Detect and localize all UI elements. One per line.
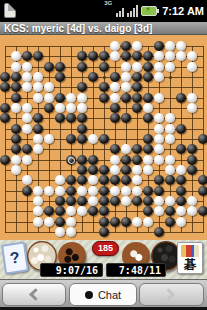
- black-stone: [143, 196, 153, 206]
- white-stone: [44, 134, 54, 144]
- grid-line: [5, 108, 204, 109]
- white-stone: [165, 196, 175, 206]
- white-stone: [44, 93, 54, 103]
- black-stone: [132, 51, 142, 61]
- black-stone: [121, 165, 131, 175]
- black-stone: [187, 155, 197, 165]
- white-stone: [154, 51, 164, 61]
- black-stone: [11, 93, 21, 103]
- black-stone: [110, 175, 120, 185]
- white-stone: [187, 93, 197, 103]
- white-stone: [132, 41, 142, 51]
- white-stone: [33, 186, 43, 196]
- black-stone: [99, 93, 109, 103]
- white-stone: [165, 134, 175, 144]
- black-stone: [33, 113, 43, 123]
- black-stone: [143, 72, 153, 82]
- black-stone: [11, 72, 21, 82]
- white-stone: [154, 206, 164, 216]
- black-stone: [33, 51, 43, 61]
- black-stone: [198, 206, 207, 216]
- white-stone: [187, 196, 197, 206]
- white-stone: [33, 206, 43, 216]
- white-stone: [11, 51, 21, 61]
- black-stone: [0, 113, 10, 123]
- black-stone: [22, 51, 32, 61]
- black-stone: [176, 196, 186, 206]
- black-stone: [66, 175, 76, 185]
- white-stone: [165, 165, 175, 175]
- black-stone: [88, 51, 98, 61]
- white-stone: [132, 217, 142, 227]
- white-stone: [22, 155, 32, 165]
- black-stone: [143, 134, 153, 144]
- black-stone: [154, 175, 164, 185]
- black-stone: [22, 144, 32, 154]
- white-stone: [121, 196, 131, 206]
- black-stone: [55, 206, 65, 216]
- black-stone: [121, 217, 131, 227]
- black-stone: [66, 113, 76, 123]
- white-stone: [22, 113, 32, 123]
- hoshi-point: [103, 76, 106, 79]
- black-stone: [0, 103, 10, 113]
- black-stone: [132, 155, 142, 165]
- black-stone: [11, 134, 21, 144]
- black-stone: [176, 186, 186, 196]
- white-stone: [11, 155, 21, 165]
- white-stone: [132, 62, 142, 72]
- white-stone: [22, 175, 32, 185]
- black-stone: [66, 134, 76, 144]
- black-stone: [165, 217, 175, 227]
- black-stone: [77, 62, 87, 72]
- black-stone: [99, 227, 109, 237]
- black-stone: [55, 62, 65, 72]
- black-stone: [77, 134, 87, 144]
- black-stone: [66, 196, 76, 206]
- black-stone: [55, 72, 65, 82]
- white-stone: [154, 62, 164, 72]
- white-stone: [143, 103, 153, 113]
- black-stone: [88, 206, 98, 216]
- hoshi-point: [169, 76, 172, 79]
- white-stone: [121, 82, 131, 92]
- white-stone: [110, 82, 120, 92]
- black-stone: [99, 196, 109, 206]
- white-stone: [165, 62, 175, 72]
- black-stone: [55, 217, 65, 227]
- white-stone: [165, 51, 175, 61]
- white-stone: [154, 144, 164, 154]
- black-stone: [55, 93, 65, 103]
- black-stone: [66, 186, 76, 196]
- white-stone: [110, 186, 120, 196]
- phone-screen: 3G 7:12 AM KGS: myeric [4d] vs. daigo [3…: [0, 0, 207, 310]
- white-stone: [33, 217, 43, 227]
- black-stone: [77, 175, 87, 185]
- black-stone: [198, 134, 207, 144]
- next-move-button[interactable]: [139, 283, 204, 306]
- black-stone: [55, 113, 65, 123]
- chevron-left-icon: [29, 288, 42, 301]
- black-stone: [22, 186, 32, 196]
- white-stone: [176, 217, 186, 227]
- black-stone: [198, 175, 207, 185]
- black-stone: [143, 144, 153, 154]
- white-stone: [121, 62, 131, 72]
- chat-button[interactable]: Chat: [69, 283, 137, 306]
- white-stone: [77, 186, 87, 196]
- white-stone: [187, 62, 197, 72]
- black-stone: [77, 51, 87, 61]
- black-stone: [33, 124, 43, 134]
- black-stone: [44, 103, 54, 113]
- white-stone: [165, 41, 175, 51]
- black-stone: [99, 175, 109, 185]
- white-stone: [33, 93, 43, 103]
- goban-art-icon: [181, 245, 199, 257]
- signal-bars-icon-2: [127, 5, 138, 17]
- black-stone: [110, 113, 120, 123]
- white-stone: [154, 72, 164, 82]
- white-stone: [66, 93, 76, 103]
- white-stone: [66, 103, 76, 113]
- white-stone: [55, 103, 65, 113]
- white-stone: [33, 196, 43, 206]
- white-stone: [11, 103, 21, 113]
- white-stone: [44, 186, 54, 196]
- black-stone: [143, 186, 153, 196]
- black-stone: [132, 82, 142, 92]
- notification-note-icon: [4, 3, 16, 18]
- white-stone: [187, 206, 197, 216]
- go-board[interactable]: [0, 35, 207, 240]
- black-stone: [77, 165, 87, 175]
- help-button[interactable]: ?: [1, 241, 29, 274]
- white-player-clock: 9:07/16: [40, 263, 103, 277]
- white-stone: [77, 206, 87, 216]
- white-stone: [66, 217, 76, 227]
- white-stone: [187, 51, 197, 61]
- black-stone: [154, 186, 164, 196]
- black-stone: [99, 62, 109, 72]
- black-stone: [99, 82, 109, 92]
- status-bar: 3G 7:12 AM: [0, 0, 207, 22]
- white-stone: [154, 134, 164, 144]
- black-stone: [88, 165, 98, 175]
- black-stone: [77, 196, 87, 206]
- white-stone: [143, 155, 153, 165]
- signal-bars-icon: [116, 5, 124, 17]
- game-control-strip: ? 185 9:07/16 7:48/11 碁: [0, 240, 207, 279]
- black-stone: [11, 82, 21, 92]
- white-stone: [66, 227, 76, 237]
- black-stone: [154, 41, 164, 51]
- white-stone: [88, 196, 98, 206]
- black-stone: [121, 155, 131, 165]
- white-stone: [121, 144, 131, 154]
- white-stone: [165, 155, 175, 165]
- black-stone: [88, 155, 98, 165]
- white-stone: [66, 206, 76, 216]
- black-stone: [165, 175, 175, 185]
- black-stone: [77, 113, 87, 123]
- black-stone: [121, 41, 131, 51]
- white-stone: [77, 93, 87, 103]
- black-stone: [154, 227, 164, 237]
- bottom-button-bar: Chat: [0, 279, 207, 307]
- black-stone: [77, 124, 87, 134]
- white-stone: [55, 227, 65, 237]
- black-stone: [121, 93, 131, 103]
- white-stone: [22, 103, 32, 113]
- black-stone: [143, 113, 153, 123]
- white-stone: [132, 175, 142, 185]
- black-stone: [55, 196, 65, 206]
- white-stone: [88, 186, 98, 196]
- black-stone: [132, 103, 142, 113]
- prev-move-button[interactable]: [2, 283, 66, 306]
- white-stone: [132, 165, 142, 175]
- white-stone: [11, 165, 21, 175]
- black-stone: [77, 82, 87, 92]
- white-stone: [33, 144, 43, 154]
- black-stone: [110, 72, 120, 82]
- white-stone: [55, 175, 65, 185]
- white-stone: [88, 134, 98, 144]
- black-stone: [44, 62, 54, 72]
- black-stone: [99, 134, 109, 144]
- black-stone: [143, 206, 153, 216]
- black-stone: [44, 206, 54, 216]
- white-stone: [121, 72, 131, 82]
- black-stone: [176, 93, 186, 103]
- app-icon-card: 碁: [177, 242, 203, 274]
- black-player-clock: 7:48/11: [106, 263, 166, 277]
- white-stone: [55, 186, 65, 196]
- white-stone: [176, 41, 186, 51]
- white-stone: [154, 113, 164, 123]
- black-stone: [0, 155, 10, 165]
- black-stone: [11, 124, 21, 134]
- white-stone: [154, 93, 164, 103]
- white-stone: [110, 93, 120, 103]
- white-stone: [176, 165, 186, 175]
- black-stone: [110, 103, 120, 113]
- black-stone-last-move: [66, 155, 76, 165]
- black-stone: [88, 72, 98, 82]
- white-stone: [22, 82, 32, 92]
- black-stone: [132, 72, 142, 82]
- white-stone: [33, 134, 43, 144]
- black-stone: [99, 206, 109, 216]
- white-stone: [22, 124, 32, 134]
- chevron-right-icon: [162, 288, 175, 301]
- black-stone: [132, 144, 142, 154]
- white-stone: [22, 62, 32, 72]
- white-stone: [154, 196, 164, 206]
- black-stone: [11, 144, 21, 154]
- black-stone: [110, 144, 120, 154]
- white-stone: [154, 155, 164, 165]
- black-stone: [99, 165, 109, 175]
- white-stone: [187, 103, 197, 113]
- black-stone: [99, 217, 109, 227]
- white-stone: [44, 217, 54, 227]
- black-stone: [110, 217, 120, 227]
- white-stone: [176, 206, 186, 216]
- black-stone: [176, 144, 186, 154]
- black-stone: [110, 196, 120, 206]
- black-stone: [121, 175, 131, 185]
- white-stone: [165, 113, 175, 123]
- black-stone: [132, 93, 142, 103]
- white-stone: [44, 82, 54, 92]
- go-kanji: 碁: [178, 257, 202, 273]
- white-stone: [88, 175, 98, 185]
- black-stone: [176, 124, 186, 134]
- white-stone: [110, 51, 120, 61]
- black-stone: [77, 155, 87, 165]
- chat-button-label: Chat: [98, 289, 121, 301]
- white-stone: [165, 124, 175, 134]
- white-stone: [176, 51, 186, 61]
- white-stone: [33, 82, 43, 92]
- black-stone: [198, 186, 207, 196]
- black-stone: [0, 72, 10, 82]
- white-stone: [110, 41, 120, 51]
- white-stone: [22, 72, 32, 82]
- white-stone: [33, 72, 43, 82]
- black-stone: [121, 113, 131, 123]
- black-stone: [99, 51, 109, 61]
- white-stone: [110, 165, 120, 175]
- black-stone: [132, 196, 142, 206]
- black-stone: [99, 186, 109, 196]
- white-stone: [121, 186, 131, 196]
- white-stone: [11, 62, 21, 72]
- window-title: KGS: myeric [4d] vs. daigo [3d]: [0, 22, 207, 35]
- black-stone: [176, 175, 186, 185]
- white-stone: [154, 124, 164, 134]
- black-stone: [165, 206, 175, 216]
- battery-icon: [141, 6, 157, 16]
- black-stone: [0, 82, 10, 92]
- black-stone: [187, 165, 197, 175]
- black-stone: [143, 93, 153, 103]
- black-stone: [187, 144, 197, 154]
- white-stone: [143, 165, 153, 175]
- black-stone: [143, 62, 153, 72]
- white-stone: [143, 217, 153, 227]
- status-time: 7:12 AM: [162, 5, 204, 17]
- chat-dot-icon: [85, 291, 93, 299]
- white-stone: [77, 103, 87, 113]
- move-number-badge: 185: [92, 241, 119, 256]
- white-stone: [110, 155, 120, 165]
- black-stone: [143, 51, 153, 61]
- black-stone: [121, 51, 131, 61]
- white-stone: [132, 186, 142, 196]
- signal-3g-icon: 3G: [104, 0, 112, 6]
